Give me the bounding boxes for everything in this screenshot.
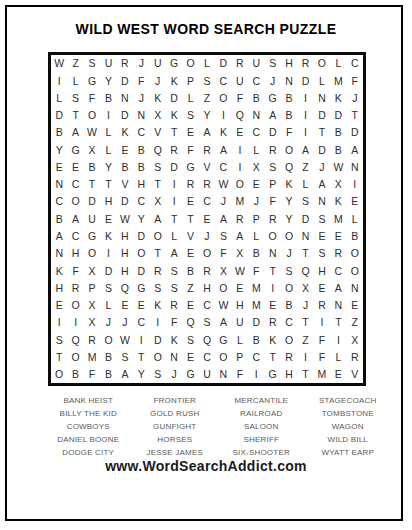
grid-cell-r13c17: H (314, 262, 330, 279)
word-list-column-4: STAGECOACHTOMBSTONEWAGONWILD BILLWYATT E… (305, 394, 392, 459)
grid-cell-r18c18: L (330, 348, 346, 365)
grid-cell-r10c19: L (347, 210, 363, 227)
grid-cell-r17c3: R (84, 331, 100, 348)
grid-cell-r4c9: S (182, 107, 198, 124)
grid-cell-r8c18: X (330, 176, 346, 193)
grid-cell-r18c7: O (150, 348, 166, 365)
grid-cell-r7c2: E (67, 159, 83, 176)
grid-cell-r9c5: D (117, 193, 133, 210)
grid-cell-r14c19: N (347, 279, 363, 296)
grid-cell-r10c2: A (67, 210, 83, 227)
grid-cell-r18c4: B (100, 348, 116, 365)
grid-cell-r9c6: C (133, 193, 149, 210)
grid-cell-r16c5: J (117, 314, 133, 331)
grid-cell-r4c17: D (314, 107, 330, 124)
grid-cell-r16c3: X (84, 314, 100, 331)
grid-cell-r5c13: C (248, 124, 264, 141)
grid-cell-r14c11: O (215, 279, 231, 296)
grid-cell-r9c12: M (232, 193, 248, 210)
grid-cell-r15c13: M (248, 297, 264, 314)
grid-cell-r8c5: V (117, 176, 133, 193)
grid-cell-r9c7: X (150, 193, 166, 210)
grid-cell-r18c8: N (166, 348, 182, 365)
grid-cell-r11c17: E (314, 228, 330, 245)
grid-cell-r18c19: R (347, 348, 363, 365)
grid-cell-r1c5: R (117, 55, 133, 72)
grid-cell-r2c8: K (166, 72, 182, 89)
grid-cell-r6c9: F (182, 141, 198, 158)
grid-cell-r15c15: B (281, 297, 297, 314)
grid-cell-r9c4: H (100, 193, 116, 210)
grid-cell-r1c11: D (215, 55, 231, 72)
grid-cell-r12c6: O (133, 245, 149, 262)
grid-cell-r5c15: F (281, 124, 297, 141)
grid-cell-r4c10: Y (199, 107, 215, 124)
word-list-item: GUNFIGHT (132, 420, 219, 433)
word-list-item: TOMBSTONE (305, 407, 392, 420)
grid-cell-r16c11: A (215, 314, 231, 331)
grid-cell-r12c10: O (199, 245, 215, 262)
grid-cell-r11c18: E (330, 228, 346, 245)
grid-cell-r4c12: Q (232, 107, 248, 124)
site-url: www.WordSearchAddict.com (0, 458, 412, 474)
grid-cell-r16c9: Q (182, 314, 198, 331)
grid-cell-r1c10: L (199, 55, 215, 72)
grid-cell-r3c5: N (117, 90, 133, 107)
grid-cell-r18c2: O (67, 348, 83, 365)
grid-cell-r17c1: S (51, 331, 67, 348)
grid-cell-r16c17: I (314, 314, 330, 331)
word-list-item: STAGECOACH (305, 394, 392, 407)
grid-cell-r3c15: B (281, 90, 297, 107)
grid-cell-r8c3: T (84, 176, 100, 193)
grid-cell-r9c14: F (264, 193, 280, 210)
grid-cell-r3c7: K (150, 90, 166, 107)
grid-cell-r12c15: J (281, 245, 297, 262)
word-list-item: MERCANTILE (218, 394, 305, 407)
grid-cell-r2c14: J (264, 72, 280, 89)
word-list-item: COWBOYS (45, 420, 132, 433)
grid-cell-r19c13: I (248, 366, 264, 383)
grid-cell-r18c12: P (232, 348, 248, 365)
grid-cell-r19c3: F (84, 366, 100, 383)
grid-cell-r3c6: J (133, 90, 149, 107)
grid-cell-r8c17: A (314, 176, 330, 193)
grid-cell-r14c13: M (248, 279, 264, 296)
grid-cell-r19c19: V (347, 366, 363, 383)
grid-cell-r3c3: F (84, 90, 100, 107)
grid-cell-r10c8: T (166, 210, 182, 227)
grid-cell-r6c4: L (100, 141, 116, 158)
grid-cell-r8c11: W (215, 176, 231, 193)
grid-cell-r14c14: I (264, 279, 280, 296)
grid-cell-r10c5: W (117, 210, 133, 227)
grid-cell-r3c13: B (248, 90, 264, 107)
grid-cell-r4c19: T (347, 107, 363, 124)
grid-cell-r17c11: G (215, 331, 231, 348)
grid-cell-r12c17: S (314, 245, 330, 262)
grid-cell-r6c11: A (215, 141, 231, 158)
word-list-item: FRONTIER (132, 394, 219, 407)
grid-cell-r12c11: F (215, 245, 231, 262)
grid-cell-r3c16: I (297, 90, 313, 107)
grid-cell-r18c17: F (314, 348, 330, 365)
grid-cell-r11c6: D (133, 228, 149, 245)
grid-cell-r19c10: U (199, 366, 215, 383)
grid-cell-r17c4: O (100, 331, 116, 348)
grid-cell-r13c7: R (150, 262, 166, 279)
word-list: BANK HEISTBILLY THE KIDCOWBOYSDANIEL BOO… (45, 394, 391, 459)
grid-cell-r10c3: U (84, 210, 100, 227)
grid-cell-r10c6: Y (133, 210, 149, 227)
grid-cell-r6c5: E (117, 141, 133, 158)
grid-cell-r15c8: R (166, 297, 182, 314)
grid-cell-r11c9: V (182, 228, 198, 245)
grid-cell-r6c14: R (264, 141, 280, 158)
grid-cell-r8c10: R (199, 176, 215, 193)
grid-cell-r17c6: I (133, 331, 149, 348)
grid-cell-r6c8: R (166, 141, 182, 158)
grid-cell-r19c7: S (150, 366, 166, 383)
grid-cell-r7c1: E (51, 159, 67, 176)
grid-cell-r3c17: N (314, 90, 330, 107)
grid-cell-r1c17: O (314, 55, 330, 72)
grid-cell-r10c9: T (182, 210, 198, 227)
grid-cell-r16c15: C (281, 314, 297, 331)
grid-cell-r2c3: G (84, 72, 100, 89)
grid-cell-r13c5: H (117, 262, 133, 279)
grid-cell-r15c12: H (232, 297, 248, 314)
grid-cell-r2c19: F (347, 72, 363, 89)
grid-cell-r2c15: N (281, 72, 297, 89)
word-list-column-1: BANK HEISTBILLY THE KIDCOWBOYSDANIEL BOO… (45, 394, 132, 459)
grid-cell-r2c16: D (297, 72, 313, 89)
grid-cell-r19c16: T (297, 366, 313, 383)
grid-cell-r18c13: C (248, 348, 264, 365)
grid-cell-r18c11: O (215, 348, 231, 365)
grid-cell-r2c12: U (232, 72, 248, 89)
grid-cell-r19c18: E (330, 366, 346, 383)
grid-cell-r1c8: G (166, 55, 182, 72)
grid-cell-r5c4: L (100, 124, 116, 141)
word-list-column-3: MERCANTILERAILROADSALOONSHERIFFSIX-SHOOT… (218, 394, 305, 459)
grid-cell-r19c11: N (215, 366, 231, 383)
grid-cell-r1c2: Z (67, 55, 83, 72)
grid-cell-r17c14: K (264, 331, 280, 348)
grid-cell-r7c18: W (330, 159, 346, 176)
grid-cell-r7c4: Y (100, 159, 116, 176)
grid-cell-r5c17: T (314, 124, 330, 141)
grid-cell-r17c18: I (330, 331, 346, 348)
grid-cell-r19c15: H (281, 366, 297, 383)
grid-cell-r2c4: Y (100, 72, 116, 89)
grid-cell-r4c5: D (117, 107, 133, 124)
grid-cell-r1c13: U (248, 55, 264, 72)
grid-cell-r10c10: E (199, 210, 215, 227)
grid-cell-r2c1: I (51, 72, 67, 89)
grid-cell-r13c10: R (199, 262, 215, 279)
grid-cell-r7c16: Z (297, 159, 313, 176)
grid-cell-r16c6: C (133, 314, 149, 331)
grid-cell-r16c13: D (248, 314, 264, 331)
grid-cell-r1c3: S (84, 55, 100, 72)
grid-cell-r1c1: W (51, 55, 67, 72)
grid-cell-r2c18: M (330, 72, 346, 89)
grid-cell-r7c14: S (264, 159, 280, 176)
word-list-item: SALOON (218, 420, 305, 433)
grid-cell-r5c1: B (51, 124, 67, 141)
grid-cell-r16c4: J (100, 314, 116, 331)
grid-cell-r10c11: A (215, 210, 231, 227)
grid-cell-r14c16: X (297, 279, 313, 296)
grid-cell-r5c5: K (117, 124, 133, 141)
word-list-item: HORSES (132, 433, 219, 446)
grid-cell-r2c7: J (150, 72, 166, 89)
grid-cell-r17c10: Q (199, 331, 215, 348)
grid-cell-r15c9: E (182, 297, 198, 314)
grid-cell-r6c16: A (297, 141, 313, 158)
grid-cell-r12c13: B (248, 245, 264, 262)
grid-cell-r17c15: O (281, 331, 297, 348)
grid-cell-r17c13: B (248, 331, 264, 348)
grid-cell-r15c6: E (133, 297, 149, 314)
grid-cell-r9c18: K (330, 193, 346, 210)
grid-cell-r18c10: C (199, 348, 215, 365)
grid-cell-r15c2: O (67, 297, 83, 314)
grid-cell-r17c8: K (166, 331, 182, 348)
word-list-item: WAGON (305, 420, 392, 433)
grid-cell-r15c7: K (150, 297, 166, 314)
grid-cell-r15c10: C (199, 297, 215, 314)
grid-cell-r13c8: S (166, 262, 182, 279)
grid-cell-r12c14: N (264, 245, 280, 262)
grid-cell-r11c19: B (347, 228, 363, 245)
word-list-item: DANIEL BOONE (45, 433, 132, 446)
grid-cell-r13c13: F (248, 262, 264, 279)
grid-cell-r15c18: N (330, 297, 346, 314)
grid-cell-r13c14: T (264, 262, 280, 279)
grid-cell-r9c3: D (84, 193, 100, 210)
grid-cell-r7c5: B (117, 159, 133, 176)
grid-cell-r9c11: J (215, 193, 231, 210)
grid-cell-r1c12: R (232, 55, 248, 72)
grid-cell-r4c11: I (215, 107, 231, 124)
grid-cell-r5c8: T (166, 124, 182, 141)
grid-cell-r10c14: R (264, 210, 280, 227)
grid-cell-r3c10: Z (199, 90, 215, 107)
grid-cell-r14c18: A (330, 279, 346, 296)
grid-cell-r9c19: E (347, 193, 363, 210)
grid-cell-r14c10: H (199, 279, 215, 296)
grid-cell-r7c17: J (314, 159, 330, 176)
grid-cell-r4c14: A (264, 107, 280, 124)
grid-cell-r1c9: O (182, 55, 198, 72)
grid-cell-r3c1: L (51, 90, 67, 107)
grid-cell-r2c13: C (248, 72, 264, 89)
grid-cell-r16c19: Z (347, 314, 363, 331)
grid-cell-r5c10: A (199, 124, 215, 141)
grid-cell-r18c9: E (182, 348, 198, 365)
grid-cell-r8c1: N (51, 176, 67, 193)
grid-cell-r14c4: S (100, 279, 116, 296)
grid-cell-r4c1: D (51, 107, 67, 124)
grid-cell-r10c4: E (100, 210, 116, 227)
grid-cell-r9c9: E (182, 193, 198, 210)
grid-cell-r5c12: E (232, 124, 248, 141)
grid-cell-r4c7: X (150, 107, 166, 124)
grid-cell-r13c6: D (133, 262, 149, 279)
grid-cell-r19c12: F (232, 366, 248, 383)
grid-cell-r8c4: T (100, 176, 116, 193)
grid-cell-r13c11: X (215, 262, 231, 279)
grid-cell-r14c3: P (84, 279, 100, 296)
grid-cell-r2c9: P (182, 72, 198, 89)
grid-cell-r12c16: T (297, 245, 313, 262)
grid-cell-r16c2: I (67, 314, 83, 331)
grid-cell-r6c19: A (347, 141, 363, 158)
grid-cell-r10c13: P (248, 210, 264, 227)
grid-cell-r15c1: E (51, 297, 67, 314)
word-list-column-2: FRONTIERGOLD RUSHGUNFIGHTHORSESJESSE JAM… (132, 394, 219, 459)
grid-cell-r16c1: I (51, 314, 67, 331)
grid-cell-r16c18: T (330, 314, 346, 331)
grid-cell-r10c18: M (330, 210, 346, 227)
grid-cell-r16c7: I (150, 314, 166, 331)
grid-cell-r7c8: D (166, 159, 182, 176)
grid-cell-r8c7: T (150, 176, 166, 193)
grid-cell-r13c18: C (330, 262, 346, 279)
word-list-item: WILD BILL (305, 433, 392, 446)
grid-cell-r11c12: A (232, 228, 248, 245)
grid-cell-r5c19: D (347, 124, 363, 141)
grid-cell-r13c9: B (182, 262, 198, 279)
grid-cell-r16c14: R (264, 314, 280, 331)
grid-cell-r1c16: R (297, 55, 313, 72)
grid-cell-r3c12: F (232, 90, 248, 107)
grid-cell-r6c3: X (84, 141, 100, 158)
grid-cell-r19c1: O (51, 366, 67, 383)
grid-cell-r8c6: H (133, 176, 149, 193)
grid-cell-r19c9: G (182, 366, 198, 383)
grid-cell-r11c11: S (215, 228, 231, 245)
grid-cell-r16c8: F (166, 314, 182, 331)
grid-cell-r15c17: R (314, 297, 330, 314)
grid-cell-r4c4: I (100, 107, 116, 124)
grid-cell-r8c14: P (264, 176, 280, 193)
grid-cell-r5c11: K (215, 124, 231, 141)
grid-cell-r19c5: A (117, 366, 133, 383)
grid-cell-r12c12: X (232, 245, 248, 262)
grid-cell-r4c6: N (133, 107, 149, 124)
grid-cell-r10c12: R (232, 210, 248, 227)
grid-cell-r6c1: Y (51, 141, 67, 158)
grid-cell-r19c17: M (314, 366, 330, 383)
grid-cell-r12c19: O (347, 245, 363, 262)
grid-cell-r8c9: R (182, 176, 198, 193)
grid-cell-r19c2: B (67, 366, 83, 383)
grid-cell-r15c14: E (264, 297, 280, 314)
grid-cell-r3c9: L (182, 90, 198, 107)
grid-cell-r6c17: D (314, 141, 330, 158)
grid-cell-r2c2: L (67, 72, 83, 89)
grid-cell-r1c18: L (330, 55, 346, 72)
grid-cell-r6c7: Q (150, 141, 166, 158)
grid-cell-r19c6: Y (133, 366, 149, 383)
grid-cell-r10c16: D (297, 210, 313, 227)
grid-cell-r1c14: S (264, 55, 280, 72)
grid-cell-r18c15: R (281, 348, 297, 365)
word-list-item: RAILROAD (218, 407, 305, 420)
grid-cell-r5c6: C (133, 124, 149, 141)
grid-cell-r13c19: O (347, 262, 363, 279)
grid-cell-r13c4: D (100, 262, 116, 279)
grid-cell-r4c18: D (330, 107, 346, 124)
grid-cell-r11c13: L (248, 228, 264, 245)
grid-cell-r13c15: S (281, 262, 297, 279)
grid-cell-r13c12: W (232, 262, 248, 279)
grid-cell-r3c4: B (100, 90, 116, 107)
grid-cell-r14c17: E (314, 279, 330, 296)
grid-cell-r14c7: S (150, 279, 166, 296)
grid-cell-r17c9: S (182, 331, 198, 348)
grid-cell-r17c7: D (150, 331, 166, 348)
word-list-item: GOLD RUSH (132, 407, 219, 420)
grid-cell-r7c7: S (150, 159, 166, 176)
grid-cell-r1c15: H (281, 55, 297, 72)
grid-cell-r6c10: R (199, 141, 215, 158)
grid-cell-r11c4: K (100, 228, 116, 245)
grid-cell-r12c8: A (166, 245, 182, 262)
grid-cell-r9c15: Y (281, 193, 297, 210)
grid-cell-r18c5: S (117, 348, 133, 365)
grid-cell-r11c16: N (297, 228, 313, 245)
grid-cell-r3c8: D (166, 90, 182, 107)
grid-cell-r7c11: C (215, 159, 231, 176)
grid-cell-r12c4: I (100, 245, 116, 262)
grid-cell-r10c7: A (150, 210, 166, 227)
grid-cell-r9c10: C (199, 193, 215, 210)
grid-cell-r5c14: D (264, 124, 280, 141)
grid-cell-r6c2: G (67, 141, 83, 158)
grid-cell-r9c8: I (166, 193, 182, 210)
grid-cell-r10c15: Y (281, 210, 297, 227)
grid-cell-r12c2: H (67, 245, 83, 262)
grid-cell-r1c7: U (150, 55, 166, 72)
grid-cell-r3c11: O (215, 90, 231, 107)
grid-cell-r5c2: A (67, 124, 83, 141)
grid-cell-r18c6: T (133, 348, 149, 365)
grid-cell-r9c17: N (314, 193, 330, 210)
grid-cell-r6c15: O (281, 141, 297, 158)
grid-cell-r8c19: I (347, 176, 363, 193)
grid-cell-r14c15: O (281, 279, 297, 296)
grid-cell-r4c15: B (281, 107, 297, 124)
grid-cell-r8c12: O (232, 176, 248, 193)
grid-cell-r9c13: J (248, 193, 264, 210)
grid-cell-r13c3: X (84, 262, 100, 279)
grid-cell-r8c16: L (297, 176, 313, 193)
grid-cell-r11c14: O (264, 228, 280, 245)
grid-cell-r19c4: B (100, 366, 116, 383)
grid-cell-r9c16: S (297, 193, 313, 210)
grid-cell-r10c17: S (314, 210, 330, 227)
grid-cell-r13c1: K (51, 262, 67, 279)
grid-cell-r13c16: Q (297, 262, 313, 279)
grid-cell-r14c9: Z (182, 279, 198, 296)
grid-cell-r12c3: O (84, 245, 100, 262)
word-list-item: BANK HEIST (45, 394, 132, 407)
grid-cell-r18c1: T (51, 348, 67, 365)
